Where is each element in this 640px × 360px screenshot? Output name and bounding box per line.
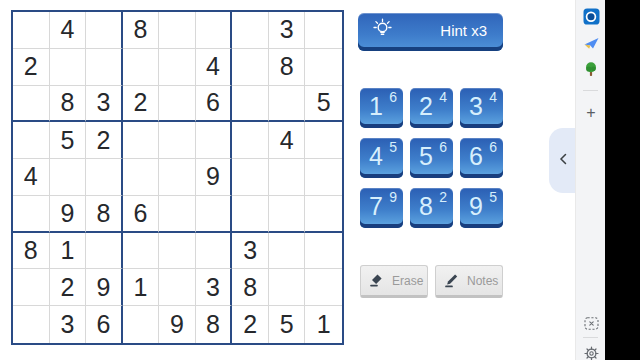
sudoku-cell-r4c7[interactable] <box>232 122 269 159</box>
sudoku-cell-r6c9[interactable] <box>305 196 342 233</box>
sudoku-board: 4832488326552449986813291383698251 <box>11 10 344 345</box>
sudoku-cell-r8c1[interactable] <box>13 269 50 306</box>
sudoku-cell-r8c2[interactable]: 2 <box>50 269 87 306</box>
sudoku-cell-r9c4[interactable] <box>123 306 160 343</box>
sudoku-cell-r5c9[interactable] <box>305 159 342 196</box>
sidebar-collapse-handle[interactable] <box>549 128 576 193</box>
numpad-digit: 4 <box>369 142 383 171</box>
sudoku-cell-r7c9[interactable] <box>305 233 342 270</box>
sudoku-cell-r5c6[interactable]: 9 <box>196 159 233 196</box>
sudoku-cell-r7c1[interactable]: 8 <box>13 233 50 270</box>
sudoku-cell-r8c8[interactable] <box>269 269 306 306</box>
sudoku-cell-r2c2[interactable] <box>50 49 87 86</box>
sudoku-cell-r9c6[interactable]: 8 <box>196 306 233 343</box>
sudoku-cell-r2c3[interactable] <box>86 49 123 86</box>
sudoku-cell-r1c6[interactable] <box>196 12 233 49</box>
sudoku-cell-r8c5[interactable] <box>159 269 196 306</box>
outlook-icon[interactable] <box>582 7 600 25</box>
sudoku-cell-r9c2[interactable]: 3 <box>50 306 87 343</box>
sudoku-cell-r5c8[interactable] <box>269 159 306 196</box>
sudoku-cell-r4c5[interactable] <box>159 122 196 159</box>
numpad: 162434455666798295 <box>360 88 503 228</box>
sudoku-cell-r5c5[interactable] <box>159 159 196 196</box>
numpad-button-3[interactable]: 34 <box>460 88 503 128</box>
numpad-button-4[interactable]: 45 <box>360 138 403 178</box>
numpad-button-7[interactable]: 79 <box>360 188 403 228</box>
numpad-button-2[interactable]: 24 <box>410 88 453 128</box>
pencil-icon <box>443 271 460 291</box>
sudoku-cell-r2c4[interactable] <box>123 49 160 86</box>
sudoku-cell-r3c1[interactable] <box>13 86 50 123</box>
sudoku-cell-r3c8[interactable] <box>269 86 306 123</box>
numpad-digit: 3 <box>469 92 483 121</box>
numpad-remaining-count: 5 <box>489 189 497 205</box>
sudoku-cell-r6c6[interactable] <box>196 196 233 233</box>
hidden-apps-icon[interactable] <box>582 314 600 332</box>
numpad-remaining-count: 6 <box>489 139 497 155</box>
chevron-left-icon <box>557 151 569 171</box>
sudoku-cell-r9c7[interactable]: 2 <box>232 306 269 343</box>
sudoku-cell-r1c9[interactable] <box>305 12 342 49</box>
sudoku-cell-r1c4[interactable]: 8 <box>123 12 160 49</box>
tree-icon[interactable] <box>582 61 600 79</box>
sudoku-cell-r3c5[interactable] <box>159 86 196 123</box>
sudoku-cell-r8c6[interactable]: 3 <box>196 269 233 306</box>
sudoku-cell-r2c8[interactable]: 8 <box>269 49 306 86</box>
numpad-button-1[interactable]: 16 <box>360 88 403 128</box>
sudoku-cell-r6c1[interactable] <box>13 196 50 233</box>
sudoku-cell-r3c3[interactable]: 3 <box>86 86 123 123</box>
sudoku-cell-r7c2[interactable]: 1 <box>50 233 87 270</box>
sudoku-cell-r9c1[interactable] <box>13 306 50 343</box>
sudoku-cell-r3c2[interactable]: 8 <box>50 86 87 123</box>
hint-button[interactable]: Hint x3 <box>358 13 503 51</box>
settings-gear-icon[interactable] <box>582 344 600 360</box>
numpad-digit: 2 <box>419 92 433 121</box>
notes-button[interactable]: Notes <box>435 265 503 298</box>
notes-button-label: Notes <box>467 274 498 288</box>
numpad-remaining-count: 6 <box>389 89 397 105</box>
eraser-icon <box>368 271 385 291</box>
numpad-digit: 7 <box>369 192 383 221</box>
sudoku-cell-r5c4[interactable] <box>123 159 160 196</box>
sudoku-cell-r7c3[interactable] <box>86 233 123 270</box>
sudoku-cell-r7c8[interactable] <box>269 233 306 270</box>
edge-sidebar: + <box>575 0 605 360</box>
numpad-digit: 6 <box>469 142 483 171</box>
numpad-remaining-count: 4 <box>439 89 447 105</box>
sudoku-cell-r9c5[interactable]: 9 <box>159 306 196 343</box>
numpad-button-8[interactable]: 82 <box>410 188 453 228</box>
sudoku-cell-r4c2[interactable]: 5 <box>50 122 87 159</box>
sudoku-cell-r6c7[interactable] <box>232 196 269 233</box>
numpad-digit: 9 <box>469 192 483 221</box>
numpad-digit: 1 <box>369 92 383 121</box>
numpad-button-9[interactable]: 95 <box>460 188 503 228</box>
lightbulb-icon <box>371 17 394 43</box>
sudoku-cell-r9c3[interactable]: 6 <box>86 306 123 343</box>
sudoku-cell-r1c2[interactable]: 4 <box>50 12 87 49</box>
sudoku-cell-r2c6[interactable]: 4 <box>196 49 233 86</box>
sudoku-cell-r5c7[interactable] <box>232 159 269 196</box>
sudoku-cell-r4c4[interactable] <box>123 122 160 159</box>
numpad-remaining-count: 6 <box>439 139 447 155</box>
sudoku-cell-r8c7[interactable]: 8 <box>232 269 269 306</box>
numpad-remaining-count: 5 <box>389 139 397 155</box>
numpad-button-5[interactable]: 56 <box>410 138 453 178</box>
sidebar-divider-top <box>583 90 598 91</box>
sudoku-cell-r6c8[interactable] <box>269 196 306 233</box>
numpad-remaining-count: 9 <box>389 189 397 205</box>
sudoku-cell-r7c4[interactable] <box>123 233 160 270</box>
sudoku-cell-r4c3[interactable]: 2 <box>86 122 123 159</box>
screen-edge <box>605 0 640 360</box>
sudoku-cell-r7c5[interactable] <box>159 233 196 270</box>
sudoku-cell-r6c2[interactable]: 9 <box>50 196 87 233</box>
add-button[interactable]: + <box>582 104 600 122</box>
sudoku-cell-r1c5[interactable] <box>159 12 196 49</box>
sudoku-cell-r3c4[interactable]: 2 <box>123 86 160 123</box>
sudoku-cell-r7c7[interactable]: 3 <box>232 233 269 270</box>
sudoku-cell-r8c9[interactable] <box>305 269 342 306</box>
sudoku-cell-r2c9[interactable] <box>305 49 342 86</box>
sudoku-cell-r9c9[interactable]: 1 <box>305 306 342 343</box>
sudoku-cell-r1c8[interactable]: 3 <box>269 12 306 49</box>
sudoku-cell-r3c9[interactable]: 5 <box>305 86 342 123</box>
sudoku-cell-r9c8[interactable]: 5 <box>269 306 306 343</box>
numpad-digit: 5 <box>419 142 433 171</box>
sudoku-cell-r4c9[interactable] <box>305 122 342 159</box>
sudoku-app: 4832488326552449986813291383698251 Hint … <box>0 0 640 360</box>
sudoku-cell-r4c1[interactable] <box>13 122 50 159</box>
sudoku-cell-r5c2[interactable] <box>50 159 87 196</box>
sudoku-cell-r6c3[interactable]: 8 <box>86 196 123 233</box>
erase-button-label: Erase <box>392 274 423 288</box>
paper-plane-icon[interactable] <box>582 34 600 52</box>
sudoku-cell-r6c5[interactable] <box>159 196 196 233</box>
sudoku-cell-r1c1[interactable] <box>13 12 50 49</box>
sudoku-cell-r2c7[interactable] <box>232 49 269 86</box>
sudoku-cell-r4c6[interactable] <box>196 122 233 159</box>
sudoku-cell-r3c7[interactable] <box>232 86 269 123</box>
sudoku-cell-r5c1[interactable]: 4 <box>13 159 50 196</box>
sudoku-cell-r6c4[interactable]: 6 <box>123 196 160 233</box>
sudoku-cell-r2c5[interactable] <box>159 49 196 86</box>
sudoku-cell-r8c3[interactable]: 9 <box>86 269 123 306</box>
numpad-remaining-count: 2 <box>439 189 447 205</box>
sudoku-cell-r7c6[interactable] <box>196 233 233 270</box>
sudoku-cell-r1c7[interactable] <box>232 12 269 49</box>
numpad-remaining-count: 4 <box>489 89 497 105</box>
numpad-button-6[interactable]: 66 <box>460 138 503 178</box>
sudoku-cell-r8c4[interactable]: 1 <box>123 269 160 306</box>
erase-button[interactable]: Erase <box>360 265 428 298</box>
hint-button-label: Hint x3 <box>440 22 487 39</box>
numpad-digit: 8 <box>419 192 433 221</box>
sudoku-cell-r5c3[interactable] <box>86 159 123 196</box>
sudoku-cell-r3c6[interactable]: 6 <box>196 86 233 123</box>
sidebar-divider-bottom <box>583 337 598 338</box>
sudoku-cell-r4c8[interactable]: 4 <box>269 122 306 159</box>
sudoku-cell-r2c1[interactable]: 2 <box>13 49 50 86</box>
sudoku-cell-r1c3[interactable] <box>86 12 123 49</box>
